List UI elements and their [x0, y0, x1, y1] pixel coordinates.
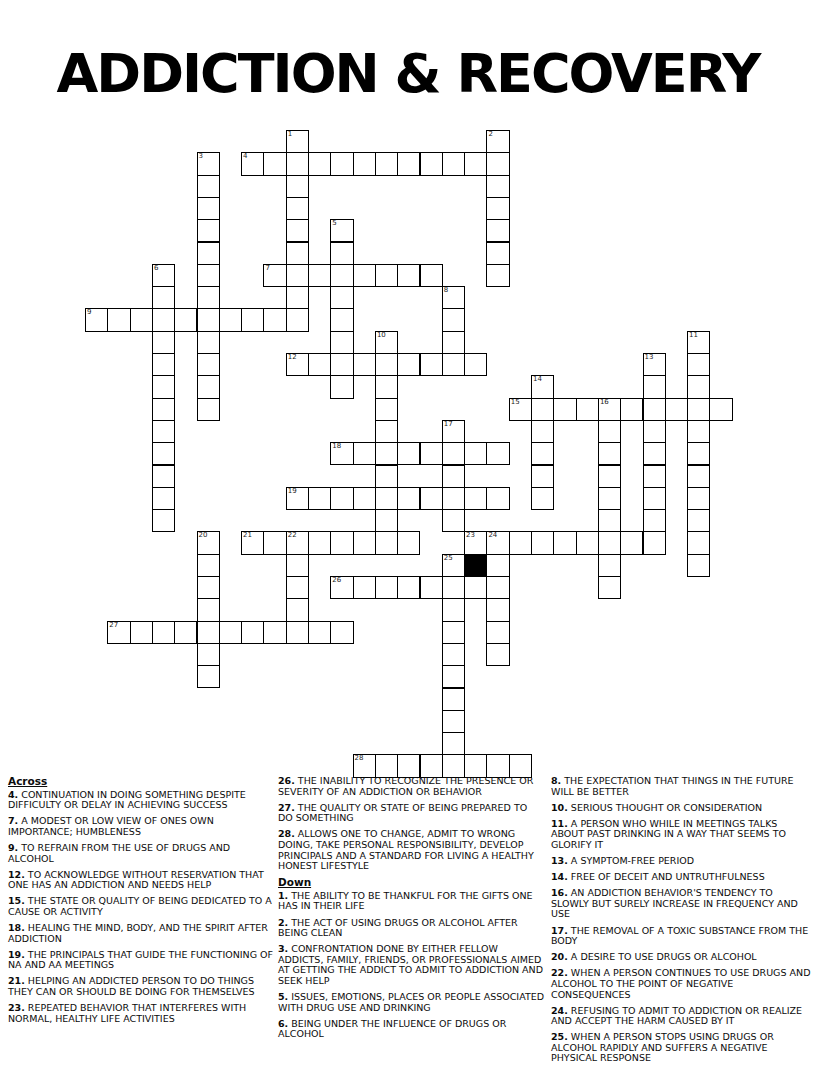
grid-cell[interactable] [308, 353, 331, 376]
cell-number: 25 [444, 554, 453, 562]
grid-cell[interactable] [397, 531, 420, 554]
grid-cell[interactable] [687, 465, 710, 488]
grid-cell[interactable] [330, 621, 353, 644]
grid-cell[interactable] [442, 688, 465, 711]
grid-cell[interactable] [263, 152, 286, 175]
grid-cell[interactable] [286, 598, 309, 621]
grid-cell[interactable] [152, 286, 175, 309]
grid-cell[interactable] [464, 152, 487, 175]
grid-cell[interactable] [197, 331, 220, 354]
grid-cell[interactable] [197, 375, 220, 398]
cell-number: 11 [689, 331, 698, 339]
black-cell [464, 554, 487, 577]
grid-cell[interactable] [643, 420, 666, 443]
cell-number: 13 [645, 353, 654, 361]
cell-number: 16 [600, 398, 609, 406]
grid-cell[interactable] [598, 442, 621, 465]
grid-cell[interactable] [397, 487, 420, 510]
grid-cell[interactable] [152, 308, 175, 331]
grid-cell[interactable] [219, 308, 242, 331]
grid-cell[interactable] [486, 442, 509, 465]
grid-cell[interactable] [442, 152, 465, 175]
grid-cell[interactable] [375, 353, 398, 376]
cell-number: 1 [288, 130, 292, 138]
clue-across-28: 28. ALLOWS ONE TO CHANGE, ADMIT TO WRONG… [278, 829, 545, 871]
cell-number: 4 [243, 152, 247, 160]
clue-down-1: 1. THE ABILITY TO BE THANKFUL FOR THE GI… [278, 891, 545, 912]
grid-cell[interactable] [375, 509, 398, 532]
clue-across-7: 7. A MODEST OR LOW VIEW OF ONES OWN IMPO… [8, 816, 274, 837]
grid-cell[interactable] [286, 175, 309, 198]
grid-cell[interactable] [598, 531, 621, 554]
grid-cell[interactable]: 2 [486, 130, 509, 153]
grid-cell[interactable] [263, 621, 286, 644]
grid-cell[interactable] [330, 487, 353, 510]
cell-number: 14 [533, 375, 542, 383]
cell-number: 2 [488, 130, 492, 138]
grid-cell[interactable] [375, 465, 398, 488]
grid-cell[interactable]: 23 [464, 531, 487, 554]
across-header: Across [8, 776, 274, 787]
grid-cell[interactable] [219, 621, 242, 644]
grid-cell[interactable] [598, 465, 621, 488]
grid-cell[interactable] [241, 308, 264, 331]
grid-cell[interactable] [397, 576, 420, 599]
grid-cell[interactable]: 6 [152, 264, 175, 287]
grid-cell[interactable] [197, 621, 220, 644]
grid-cell[interactable] [509, 531, 532, 554]
grid-cell[interactable] [197, 398, 220, 421]
grid-cell[interactable] [353, 531, 376, 554]
clue-down-20: 20. A DESIRE TO USE DRUGS OR ALCOHOL [551, 952, 812, 963]
grid-cell[interactable] [197, 242, 220, 265]
clue-down-17: 17. THE REMOVAL OF A TOXIC SUBSTANCE FRO… [551, 926, 812, 947]
grid-cell[interactable] [286, 308, 309, 331]
clue-down-11: 11. A PERSON WHO WHILE IN MEETINGS TALKS… [551, 819, 812, 851]
grid-cell[interactable] [643, 487, 666, 510]
grid-cell[interactable] [531, 487, 554, 510]
grid-cell[interactable] [442, 576, 465, 599]
grid-cell[interactable] [197, 197, 220, 220]
grid-cell[interactable] [687, 375, 710, 398]
grid-cell[interactable] [397, 353, 420, 376]
grid-cell[interactable]: 21 [241, 531, 264, 554]
grid-cell[interactable] [464, 576, 487, 599]
clue-down-3: 3. CONFRONTATION DONE BY EITHER FELLOW A… [278, 944, 545, 986]
grid-cell[interactable] [330, 242, 353, 265]
grid-cell[interactable]: 10 [375, 331, 398, 354]
grid-cell[interactable] [152, 442, 175, 465]
grid-cell[interactable] [152, 420, 175, 443]
grid-cell[interactable] [308, 487, 331, 510]
grid-cell[interactable] [353, 152, 376, 175]
grid-cell[interactable] [197, 554, 220, 577]
grid-cell[interactable] [665, 398, 688, 421]
grid-cell[interactable] [687, 487, 710, 510]
clue-across-9: 9. TO REFRAIN FROM THE USE OF DRUGS AND … [8, 843, 274, 864]
grid-cell[interactable] [197, 286, 220, 309]
grid-cell[interactable] [152, 331, 175, 354]
grid-cell[interactable] [286, 197, 309, 220]
grid-cell[interactable] [197, 264, 220, 287]
clue-column-left: Across4. CONTINUATION IN DOING SOMETHING… [8, 776, 274, 1030]
grid-cell[interactable]: 20 [197, 531, 220, 554]
clue-across-4: 4. CONTINUATION IN DOING SOMETHING DESPI… [8, 790, 274, 811]
grid-cell[interactable] [486, 175, 509, 198]
grid-cell[interactable] [598, 487, 621, 510]
grid-cell[interactable]: 24 [486, 531, 509, 554]
grid-cell[interactable] [330, 308, 353, 331]
grid-cell[interactable] [442, 465, 465, 488]
grid-cell[interactable] [598, 554, 621, 577]
clue-down-6: 6. BEING UNDER THE INFLUENCE OF DRUGS OR… [278, 1019, 545, 1040]
grid-cell[interactable] [397, 442, 420, 465]
clue-down-10: 10. SERIOUS THOUGHT OR CONSIDERATION [551, 803, 812, 814]
grid-cell[interactable]: 8 [442, 286, 465, 309]
grid-cell[interactable] [442, 710, 465, 733]
clue-across-12: 12. TO ACKNOWLEDGE WITHOUT RESERVATION T… [8, 870, 274, 891]
grid-cell[interactable] [486, 487, 509, 510]
grid-cell[interactable] [353, 264, 376, 287]
grid-cell[interactable] [375, 487, 398, 510]
grid-cell[interactable] [442, 732, 465, 755]
grid-cell[interactable] [442, 487, 465, 510]
grid-cell[interactable] [286, 621, 309, 644]
grid-cell[interactable] [152, 509, 175, 532]
grid-cell[interactable]: 16 [598, 398, 621, 421]
cell-number: 17 [444, 420, 453, 428]
grid-cell[interactable]: 4 [241, 152, 264, 175]
grid-cell[interactable]: 18 [330, 442, 353, 465]
grid-cell[interactable] [197, 598, 220, 621]
grid-cell[interactable] [709, 398, 732, 421]
grid-cell[interactable] [420, 264, 443, 287]
grid-cell[interactable] [130, 621, 153, 644]
cell-number: 20 [199, 531, 208, 539]
cell-number: 18 [332, 442, 341, 450]
grid-cell[interactable] [308, 621, 331, 644]
grid-cell[interactable] [486, 219, 509, 242]
grid-cell[interactable]: 3 [197, 152, 220, 175]
grid-cell[interactable] [308, 264, 331, 287]
grid-cell[interactable] [442, 308, 465, 331]
grid-cell[interactable] [152, 375, 175, 398]
grid-cell[interactable] [174, 308, 197, 331]
grid-cell[interactable]: 19 [286, 487, 309, 510]
grid-cell[interactable] [486, 576, 509, 599]
grid-cell[interactable] [375, 531, 398, 554]
grid-cell[interactable] [420, 487, 443, 510]
grid-cell[interactable] [286, 576, 309, 599]
grid-cell[interactable] [152, 487, 175, 510]
grid-cell[interactable] [442, 331, 465, 354]
grid-cell[interactable] [286, 219, 309, 242]
grid-cell[interactable] [442, 643, 465, 666]
cell-number: 9 [87, 308, 91, 316]
clue-down-25: 25. WHEN A PERSON STOPS USING DRUGS OR A… [551, 1032, 812, 1064]
grid-cell[interactable] [687, 531, 710, 554]
grid-cell[interactable] [353, 487, 376, 510]
grid-cell[interactable] [643, 509, 666, 532]
grid-cell[interactable] [375, 375, 398, 398]
grid-cell[interactable] [420, 353, 443, 376]
grid-cell[interactable] [464, 353, 487, 376]
clue-column-middle: 26. THE INABILITY TO RECOGNIZE THE PRESE… [278, 776, 545, 1045]
clue-down-14: 14. FREE OF DECEIT AND UNTRUTHFULNESS [551, 872, 812, 883]
cell-number: 7 [265, 264, 269, 272]
grid-cell[interactable] [442, 598, 465, 621]
grid-cell[interactable]: 25 [442, 554, 465, 577]
grid-cell[interactable]: 27 [107, 621, 130, 644]
grid-cell[interactable]: 17 [442, 420, 465, 443]
clue-down-13: 13. A SYMPTOM-FREE PERIOD [551, 856, 812, 867]
grid-cell[interactable]: 26 [330, 576, 353, 599]
clue-down-16: 16. AN ADDICTION BEHAVIOR'S TENDENCY TO … [551, 888, 812, 920]
crossword-grid: 1234567891011121314151617181920212223242… [85, 130, 734, 779]
cell-number: 27 [109, 621, 118, 629]
clue-across-15: 15. THE STATE OR QUALITY OF BEING DEDICA… [8, 896, 274, 917]
grid-cell[interactable]: 13 [643, 353, 666, 376]
grid-cell[interactable] [107, 308, 130, 331]
grid-cell[interactable] [598, 420, 621, 443]
grid-cell[interactable] [420, 152, 443, 175]
grid-cell[interactable] [130, 308, 153, 331]
grid-cell[interactable] [152, 353, 175, 376]
grid-cell[interactable] [174, 621, 197, 644]
cell-number: 5 [332, 219, 336, 227]
grid-cell[interactable] [486, 643, 509, 666]
grid-cell[interactable] [687, 554, 710, 577]
grid-cell[interactable]: 14 [531, 375, 554, 398]
grid-cell[interactable] [152, 398, 175, 421]
grid-cell[interactable] [286, 554, 309, 577]
grid-cell[interactable] [152, 465, 175, 488]
grid-cell[interactable] [197, 665, 220, 688]
grid-cell[interactable] [197, 643, 220, 666]
grid-cell[interactable] [152, 621, 175, 644]
cell-number: 6 [154, 264, 158, 272]
cell-number: 21 [243, 531, 252, 539]
grid-cell[interactable] [420, 576, 443, 599]
clue-across-19: 19. THE PRINCIPALS THAT GUIDE THE FUNCTI… [8, 950, 274, 971]
grid-cell[interactable] [442, 665, 465, 688]
cell-number: 19 [288, 487, 297, 495]
grid-cell[interactable] [375, 398, 398, 421]
grid-cell[interactable] [397, 152, 420, 175]
grid-cell[interactable] [375, 442, 398, 465]
clue-down-5: 5. ISSUES, EMOTIONS, PLACES OR PEOPLE AS… [278, 992, 545, 1013]
grid-cell[interactable]: 15 [509, 398, 532, 421]
grid-cell[interactable] [687, 398, 710, 421]
clue-column-right: 8. THE EXPECTATION THAT THINGS IN THE FU… [551, 776, 812, 1070]
grid-cell[interactable] [330, 286, 353, 309]
clue-down-2: 2. THE ACT OF USING DRUGS OR ALCOHOL AFT… [278, 918, 545, 939]
grid-cell[interactable] [375, 420, 398, 443]
grid-cell[interactable]: 12 [286, 353, 309, 376]
grid-cell[interactable] [353, 442, 376, 465]
grid-cell[interactable] [687, 420, 710, 443]
grid-cell[interactable] [353, 353, 376, 376]
grid-cell[interactable] [330, 152, 353, 175]
grid-cell[interactable]: 5 [330, 219, 353, 242]
grid-cell[interactable] [486, 621, 509, 644]
grid-cell[interactable] [442, 442, 465, 465]
cell-number: 12 [288, 353, 297, 361]
grid-cell[interactable] [464, 487, 487, 510]
grid-cell[interactable] [486, 598, 509, 621]
grid-cell[interactable]: 7 [263, 264, 286, 287]
grid-cell[interactable] [442, 621, 465, 644]
clue-across-27: 27. THE QUALITY OR STATE OF BEING PREPAR… [278, 803, 545, 824]
grid-cell[interactable] [687, 353, 710, 376]
grid-cell[interactable]: 1 [286, 130, 309, 153]
grid-cell[interactable] [353, 576, 376, 599]
cell-number: 23 [466, 531, 475, 539]
grid-cell[interactable] [486, 242, 509, 265]
cell-number: 15 [511, 398, 520, 406]
grid-cell[interactable] [420, 442, 443, 465]
grid-cell[interactable] [330, 264, 353, 287]
grid-cell[interactable] [330, 353, 353, 376]
grid-cell[interactable] [687, 509, 710, 532]
grid-cell[interactable] [687, 442, 710, 465]
grid-cell[interactable] [486, 554, 509, 577]
grid-cell[interactable] [330, 331, 353, 354]
grid-cell[interactable] [197, 219, 220, 242]
grid-cell[interactable] [643, 465, 666, 488]
grid-cell[interactable] [197, 353, 220, 376]
worksheet-page: { "game": "crossword", "title": "ADDICTI… [0, 0, 816, 1084]
grid-cell[interactable] [308, 531, 331, 554]
grid-cell[interactable] [486, 152, 509, 175]
grid-cell[interactable] [553, 398, 576, 421]
grid-cell[interactable] [531, 398, 554, 421]
cell-number: 28 [355, 754, 364, 762]
grid-cell[interactable] [643, 442, 666, 465]
cell-number: 10 [377, 331, 386, 339]
grid-cell[interactable]: 22 [286, 531, 309, 554]
grid-cell[interactable] [531, 531, 554, 554]
grid-cell[interactable] [486, 197, 509, 220]
grid-cell[interactable] [375, 264, 398, 287]
clue-across-26: 26. THE INABILITY TO RECOGNIZE THE PRESE… [278, 776, 545, 797]
grid-cell[interactable] [576, 531, 599, 554]
puzzle-title: ADDICTION & RECOVERY [0, 42, 816, 105]
grid-cell[interactable] [553, 531, 576, 554]
grid-cell[interactable] [197, 576, 220, 599]
grid-cell[interactable]: 9 [85, 308, 108, 331]
grid-cell[interactable] [598, 576, 621, 599]
grid-cell[interactable] [598, 509, 621, 532]
grid-cell[interactable] [464, 442, 487, 465]
grid-cell[interactable] [375, 576, 398, 599]
clue-across-21: 21. HELPING AN ADDICTED PERSON TO DO THI… [8, 976, 274, 997]
cell-number: 24 [488, 531, 497, 539]
grid-cell[interactable] [286, 286, 309, 309]
grid-cell[interactable] [576, 398, 599, 421]
grid-cell[interactable] [330, 531, 353, 554]
grid-cell[interactable] [643, 531, 666, 554]
grid-cell[interactable] [263, 308, 286, 331]
grid-cell[interactable] [643, 398, 666, 421]
cell-number: 22 [288, 531, 297, 539]
grid-cell[interactable] [620, 398, 643, 421]
grid-cell[interactable] [620, 531, 643, 554]
grid-cell[interactable] [486, 264, 509, 287]
grid-cell[interactable] [263, 531, 286, 554]
grid-cell[interactable] [197, 175, 220, 198]
cell-number: 8 [444, 286, 448, 294]
grid-cell[interactable] [531, 465, 554, 488]
grid-cell[interactable] [442, 353, 465, 376]
clue-down-24: 24. REFUSING TO ADMIT TO ADDICTION OR RE… [551, 1006, 812, 1027]
clue-across-23: 23. REPEATED BEHAVIOR THAT INTERFERES WI… [8, 1003, 274, 1024]
grid-cell[interactable] [286, 264, 309, 287]
grid-cell[interactable] [531, 420, 554, 443]
cell-number: 3 [199, 152, 203, 160]
cell-number: 26 [332, 576, 341, 584]
grid-cell[interactable] [308, 152, 331, 175]
grid-cell[interactable] [286, 242, 309, 265]
down-header: Down [278, 877, 545, 888]
grid-cell[interactable] [375, 152, 398, 175]
grid-cell[interactable] [241, 621, 264, 644]
grid-cell[interactable] [442, 509, 465, 532]
grid-cell[interactable] [643, 375, 666, 398]
grid-cell[interactable] [197, 308, 220, 331]
clue-down-22: 22. WHEN A PERSON CONTINUES TO USE DRUGS… [551, 968, 812, 1000]
grid-cell[interactable] [531, 442, 554, 465]
grid-cell[interactable] [286, 152, 309, 175]
grid-cell[interactable] [397, 264, 420, 287]
grid-cell[interactable] [330, 375, 353, 398]
clue-across-18: 18. HEALING THE MIND, BODY, AND THE SPIR… [8, 923, 274, 944]
clue-down-8: 8. THE EXPECTATION THAT THINGS IN THE FU… [551, 776, 812, 797]
grid-cell[interactable]: 11 [687, 331, 710, 354]
